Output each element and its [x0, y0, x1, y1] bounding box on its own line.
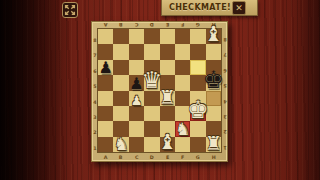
square-f8[interactable]: [175, 29, 190, 44]
piece-black-pawn-a6[interactable]: ♟: [99, 60, 113, 76]
square-g7[interactable]: [190, 44, 205, 59]
checkmate-banner: CHECKMATE! ✕: [161, 0, 258, 16]
coord-label: E: [161, 154, 173, 162]
square-a2[interactable]: [98, 121, 113, 136]
coord-label: H: [207, 154, 219, 162]
coord-label: 4: [222, 92, 228, 104]
square-a1[interactable]: [98, 137, 113, 152]
square-b4[interactable]: [113, 91, 128, 106]
piece-white-knight-f2[interactable]: ♞: [175, 121, 190, 138]
square-b3[interactable]: [113, 106, 128, 121]
coord-label: B: [115, 154, 127, 162]
close-button[interactable]: ✕: [232, 1, 246, 15]
coord-label: E: [161, 23, 173, 29]
coord-label: C: [130, 23, 142, 29]
square-e3[interactable]: [160, 106, 175, 121]
chess-app-screen: CHECKMATE! ✕ ABCDEFGH ABCDEFGH 87654321 …: [0, 0, 320, 180]
piece-white-bishop-e1[interactable]: ♝: [158, 132, 177, 153]
square-c7[interactable]: [129, 44, 144, 59]
coord-label: D: [146, 23, 158, 29]
coord-label: 7: [222, 46, 228, 58]
piece-white-knight-b1[interactable]: ♞: [113, 136, 128, 153]
square-c8[interactable]: [129, 29, 144, 44]
coord-label: G: [192, 23, 204, 29]
square-a5[interactable]: [98, 75, 113, 90]
coord-label: C: [130, 154, 142, 162]
square-f5[interactable]: [175, 75, 190, 90]
square-f7[interactable]: [175, 44, 190, 59]
chess-board-frame: ABCDEFGH ABCDEFGH 87654321 87654321 ♝♟♟♛…: [91, 21, 228, 162]
square-b5[interactable]: [113, 75, 128, 90]
square-h7[interactable]: [206, 44, 221, 59]
coord-label: D: [146, 154, 158, 162]
coord-label: G: [192, 154, 204, 162]
square-f6[interactable]: [175, 60, 190, 75]
coord-label: B: [115, 23, 127, 29]
square-c3[interactable]: [129, 106, 144, 121]
coord-label: 2: [222, 123, 228, 135]
square-e7[interactable]: [160, 44, 175, 59]
square-a4[interactable]: [98, 91, 113, 106]
square-b7[interactable]: [113, 44, 128, 59]
coord-label: 6: [93, 61, 98, 73]
square-b8[interactable]: [113, 29, 128, 44]
square-c1[interactable]: [129, 137, 144, 152]
coord-label: 1: [93, 138, 98, 150]
piece-white-bishop-h8[interactable]: ♝: [204, 24, 223, 45]
square-d3[interactable]: [144, 106, 159, 121]
coord-label: 1: [222, 138, 228, 150]
square-b6[interactable]: [113, 60, 128, 75]
expand-moves-button[interactable]: [62, 2, 78, 18]
square-d8[interactable]: [144, 29, 159, 44]
square-f1[interactable]: [175, 137, 190, 152]
coord-label: 3: [222, 107, 228, 119]
square-e8[interactable]: [160, 29, 175, 44]
coord-label: A: [100, 154, 112, 162]
four-diagonal-arrows-icon: [63, 3, 77, 17]
piece-white-rook-e4[interactable]: ♜: [159, 88, 176, 107]
piece-white-rook-h1[interactable]: ♜: [205, 134, 222, 153]
square-g1[interactable]: [190, 137, 205, 152]
coord-label: 5: [93, 77, 98, 89]
square-a3[interactable]: [98, 106, 113, 121]
checkmate-banner-label: CHECKMATE!: [162, 0, 238, 15]
coord-label: F: [176, 154, 188, 162]
coord-label: 3: [93, 107, 98, 119]
close-icon: ✕: [235, 4, 243, 13]
square-c2[interactable]: [129, 121, 144, 136]
coord-label: F: [176, 23, 188, 29]
coord-label: 2: [93, 123, 98, 135]
coord-label: A: [100, 23, 112, 29]
file-labels-top: ABCDEFGH: [98, 22, 221, 29]
coord-label: 7: [93, 46, 98, 58]
square-d7[interactable]: [144, 44, 159, 59]
piece-white-pawn-c4[interactable]: ♟: [131, 94, 143, 107]
file-labels-bottom: ABCDEFGH: [98, 153, 221, 163]
coord-label: 4: [93, 92, 98, 104]
piece-white-king-g3[interactable]: ♚: [187, 98, 209, 122]
square-d4[interactable]: [144, 91, 159, 106]
piece-black-king-h5[interactable]: ♚: [203, 68, 225, 92]
square-a8[interactable]: [98, 29, 113, 44]
coord-label: 8: [93, 31, 98, 43]
